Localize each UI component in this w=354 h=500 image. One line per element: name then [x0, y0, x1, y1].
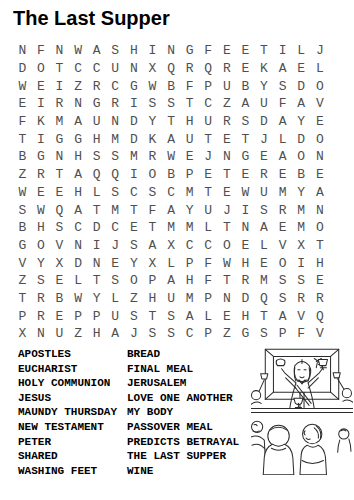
grid-cell[interactable]: S [273, 77, 292, 95]
grid-cell[interactable]: T [125, 201, 144, 219]
grid-cell[interactable]: U [87, 113, 106, 131]
grid-cell[interactable]: E [236, 166, 255, 184]
grid-cell[interactable]: P [180, 254, 199, 272]
grid-cell[interactable]: S [236, 113, 255, 131]
grid-cell[interactable]: T [311, 237, 330, 255]
grid-cell[interactable]: A [69, 201, 88, 219]
grid-cell[interactable]: R [218, 60, 237, 78]
grid-cell[interactable]: N [106, 113, 125, 131]
grid-cell[interactable]: I [236, 201, 255, 219]
grid-cell[interactable]: M [292, 201, 311, 219]
grid-cell[interactable]: E [13, 95, 32, 113]
grid-cell[interactable]: N [218, 148, 237, 166]
grid-cell[interactable]: C [199, 95, 218, 113]
grid-cell[interactable]: T [13, 130, 32, 148]
grid-cell[interactable]: R [273, 201, 292, 219]
grid-cell[interactable]: I [125, 166, 144, 184]
grid-cell[interactable]: M [180, 219, 199, 237]
word-list-item: FINAL MEAL [127, 362, 239, 377]
grid-cell[interactable]: Y [255, 77, 274, 95]
grid-cell[interactable]: L [311, 60, 330, 78]
grid-cell[interactable]: N [236, 219, 255, 237]
grid-cell[interactable]: V [273, 237, 292, 255]
grid-cell[interactable]: L [255, 237, 274, 255]
grid-cell[interactable]: R [311, 290, 330, 308]
grid-cell[interactable]: R [32, 166, 51, 184]
grid-cell[interactable]: C [106, 219, 125, 237]
grid-cell[interactable]: H [236, 254, 255, 272]
grid-cell[interactable]: A [69, 166, 88, 184]
grid-cell[interactable]: O [292, 148, 311, 166]
grid-cell[interactable]: Z [13, 166, 32, 184]
grid-cell[interactable]: D [255, 113, 274, 131]
grid-cell[interactable]: H [143, 290, 162, 308]
grid-cell[interactable]: X [143, 60, 162, 78]
grid-cell[interactable]: T [87, 272, 106, 290]
grid-cell[interactable]: E [32, 77, 51, 95]
word-list-item: BREAD [127, 347, 239, 362]
grid-cell[interactable]: N [50, 42, 69, 60]
grid-cell[interactable]: A [273, 307, 292, 325]
grid-cell[interactable]: K [143, 130, 162, 148]
grid-cell[interactable]: Z [218, 325, 237, 343]
grid-cell[interactable]: N [162, 42, 181, 60]
grid-cell[interactable]: G [236, 148, 255, 166]
grid-cell[interactable]: G [180, 42, 199, 60]
grid-cell[interactable]: U [50, 325, 69, 343]
grid-cell[interactable]: Q [199, 60, 218, 78]
grid-cell[interactable]: S [106, 42, 125, 60]
word-list-item: MY BODY [127, 405, 239, 420]
grid-cell[interactable]: A [292, 95, 311, 113]
grid-cell[interactable]: Y [180, 201, 199, 219]
grid-cell[interactable]: W [218, 254, 237, 272]
grid-cell[interactable]: A [236, 95, 255, 113]
grid-cell[interactable]: A [162, 272, 181, 290]
grid-cell[interactable]: D [125, 113, 144, 131]
grid-cell[interactable]: R [106, 95, 125, 113]
grid-cell[interactable]: A [273, 60, 292, 78]
grid-cell[interactable]: V [13, 254, 32, 272]
grid-cell[interactable]: E [255, 148, 274, 166]
grid-cell[interactable]: O [125, 272, 144, 290]
grid-cell[interactable]: O [32, 237, 51, 255]
grid-cell[interactable]: U [255, 184, 274, 202]
grid-cell[interactable]: S [273, 272, 292, 290]
grid-cell[interactable]: H [87, 325, 106, 343]
grid-cell[interactable]: X [50, 254, 69, 272]
table [251, 408, 353, 412]
grid-cell[interactable]: N [69, 237, 88, 255]
grid-cell[interactable]: E [218, 307, 237, 325]
grid-cell[interactable]: P [199, 325, 218, 343]
grid-cell[interactable]: E [32, 184, 51, 202]
grid-cell[interactable]: R [180, 60, 199, 78]
grid-cell[interactable]: Q [255, 290, 274, 308]
grid-cell[interactable]: N [32, 325, 51, 343]
grid-cell[interactable]: L [87, 184, 106, 202]
grid-cell[interactable]: J [125, 325, 144, 343]
letter-grid: NFNWASHINGFEETILJDOTCCUNXQRQREKAELWEIZRC… [13, 42, 329, 343]
grid-cell[interactable]: T [143, 219, 162, 237]
grid-cell[interactable]: S [255, 201, 274, 219]
grid-cell[interactable]: B [162, 166, 181, 184]
grid-cell[interactable]: C [162, 184, 181, 202]
grid-cell[interactable]: W [162, 148, 181, 166]
grid-cell[interactable]: A [162, 130, 181, 148]
grid-cell[interactable]: I [32, 95, 51, 113]
grid-cell[interactable]: N [311, 148, 330, 166]
grid-cell[interactable]: F [13, 113, 32, 131]
grid-cell[interactable]: W [69, 290, 88, 308]
grid-cell[interactable]: V [311, 325, 330, 343]
grid-cell[interactable]: D [87, 219, 106, 237]
grid-cell[interactable]: U [199, 113, 218, 131]
grid-cell[interactable]: Z [69, 325, 88, 343]
grid-cell[interactable]: J [311, 42, 330, 60]
grid-cell[interactable]: P [199, 77, 218, 95]
grid-cell[interactable]: M [106, 130, 125, 148]
grid-cell[interactable]: O [311, 130, 330, 148]
grid-cell[interactable]: P [199, 290, 218, 308]
grid-cell[interactable]: E [273, 166, 292, 184]
grid-cell[interactable]: H [311, 254, 330, 272]
grid-cell[interactable]: N [311, 201, 330, 219]
grid-cell[interactable]: E [50, 184, 69, 202]
grid-cell[interactable]: S [125, 307, 144, 325]
grid-cell[interactable]: A [106, 325, 125, 343]
grid-cell[interactable]: R [32, 307, 51, 325]
grid-cell[interactable]: E [236, 237, 255, 255]
grid-cell[interactable]: D [292, 130, 311, 148]
word-list-item: HOLY COMMUNION [18, 376, 117, 391]
grid-cell[interactable]: J [106, 237, 125, 255]
grid-cell[interactable]: C [69, 60, 88, 78]
grid-cell[interactable]: L [69, 272, 88, 290]
grid-cell[interactable]: Y [143, 113, 162, 131]
grid-cell[interactable]: E [50, 307, 69, 325]
grid-cell[interactable]: Y [292, 184, 311, 202]
grid-cell[interactable]: A [273, 113, 292, 131]
grid-cell[interactable]: C [199, 237, 218, 255]
grid-cell[interactable]: S [125, 237, 144, 255]
grid-cell[interactable]: W [143, 77, 162, 95]
grid-cell[interactable]: T [255, 42, 274, 60]
grid-cell[interactable]: T [218, 166, 237, 184]
grid-cell[interactable]: L [273, 130, 292, 148]
grid-cell[interactable]: M [273, 184, 292, 202]
grid-cell[interactable]: Y [292, 113, 311, 131]
grid-cell[interactable]: S [273, 290, 292, 308]
grid-cell[interactable]: M [106, 201, 125, 219]
grid-cell[interactable]: B [236, 77, 255, 95]
word-list-item: APOSTLES [18, 347, 117, 362]
grid-cell[interactable]: W [13, 77, 32, 95]
grid-cell[interactable]: B [162, 77, 181, 95]
grid-cell[interactable]: I [32, 130, 51, 148]
grid-cell[interactable]: H [69, 184, 88, 202]
grid-cell[interactable]: S [162, 95, 181, 113]
grid-cell[interactable]: S [106, 184, 125, 202]
grid-cell[interactable]: O [143, 166, 162, 184]
grid-cell[interactable]: F [292, 325, 311, 343]
grid-cell[interactable]: E [180, 148, 199, 166]
grid-cell[interactable]: R [236, 272, 255, 290]
grid-cell[interactable]: T [13, 290, 32, 308]
grid-cell[interactable]: P [180, 166, 199, 184]
grid-cell[interactable]: C [180, 325, 199, 343]
grid-cell[interactable]: O [32, 60, 51, 78]
grid-cell[interactable]: G [69, 130, 88, 148]
grid-cell[interactable]: M [180, 184, 199, 202]
grid-cell[interactable]: L [106, 290, 125, 308]
grid-cell[interactable]: M [125, 148, 144, 166]
grid-cell[interactable]: I [273, 42, 292, 60]
grid-cell[interactable]: P [69, 307, 88, 325]
grid-cell[interactable]: J [255, 130, 274, 148]
grid-cell[interactable]: E [218, 42, 237, 60]
grid-cell[interactable]: V [311, 95, 330, 113]
grid-cell[interactable]: F [273, 95, 292, 113]
grid-cell[interactable]: Z [218, 95, 237, 113]
grid-cell[interactable]: N [218, 290, 237, 308]
grid-cell[interactable]: O [273, 254, 292, 272]
grid-cell[interactable]: A [69, 113, 88, 131]
grid-cell[interactable]: N [125, 60, 144, 78]
grid-cell[interactable]: Z [13, 272, 32, 290]
grid-cell[interactable]: I [143, 42, 162, 60]
grid-cell[interactable]: X [162, 237, 181, 255]
grid-cell[interactable]: N [50, 148, 69, 166]
grid-cell[interactable]: L [199, 219, 218, 237]
grid-cell[interactable]: T [255, 307, 274, 325]
grid-cell[interactable]: U [106, 60, 125, 78]
grid-cell[interactable]: S [162, 325, 181, 343]
grid-cell[interactable]: B [13, 219, 32, 237]
grid-cell[interactable]: F [199, 272, 218, 290]
grid-cell[interactable]: I [125, 95, 144, 113]
grid-cell[interactable]: O [311, 219, 330, 237]
grid-cell[interactable]: N [69, 95, 88, 113]
grid-cell[interactable]: I [292, 254, 311, 272]
grid-cell[interactable]: E [273, 219, 292, 237]
grid-cell[interactable]: A [273, 148, 292, 166]
grid-cell[interactable]: F [199, 254, 218, 272]
grid-cell[interactable]: X [143, 254, 162, 272]
grid-cell[interactable]: U [106, 307, 125, 325]
grid-cell[interactable]: W [69, 42, 88, 60]
grid-cell[interactable]: V [292, 307, 311, 325]
grid-cell[interactable]: Q [162, 60, 181, 78]
grid-cell[interactable]: J [199, 148, 218, 166]
grid-cell[interactable]: Q [106, 166, 125, 184]
grid-cell[interactable]: I [87, 237, 106, 255]
grid-cell[interactable]: X [13, 325, 32, 343]
grid-cell[interactable]: D [13, 60, 32, 78]
grid-cell[interactable]: M [50, 113, 69, 131]
grid-cell[interactable]: M [292, 219, 311, 237]
grid-cell[interactable]: F [199, 42, 218, 60]
grid-cell[interactable]: R [292, 290, 311, 308]
grid-cell[interactable]: P [273, 325, 292, 343]
grid-cell[interactable]: E [292, 60, 311, 78]
grid-cell[interactable]: E [218, 130, 237, 148]
grid-cell[interactable]: K [32, 113, 51, 131]
grid-cell[interactable]: R [218, 113, 237, 131]
grid-cell[interactable]: S [292, 272, 311, 290]
grid-cell[interactable]: E [311, 113, 330, 131]
grid-cell[interactable]: R [50, 95, 69, 113]
grid-cell[interactable]: E [236, 42, 255, 60]
grid-cell[interactable]: A [87, 42, 106, 60]
grid-cell[interactable]: B [13, 148, 32, 166]
grid-cell[interactable]: F [32, 42, 51, 60]
word-list-item: SHARED [18, 449, 117, 464]
grid-cell[interactable]: G [32, 148, 51, 166]
grid-cell[interactable]: S [143, 184, 162, 202]
grid-cell[interactable]: O [311, 77, 330, 95]
grid-cell[interactable]: H [236, 307, 255, 325]
grid-cell[interactable]: Q [311, 307, 330, 325]
grid-cell[interactable]: S [106, 272, 125, 290]
grid-cell[interactable]: E [236, 60, 255, 78]
grid-cell[interactable]: T [218, 272, 237, 290]
grid-cell[interactable]: T [199, 130, 218, 148]
grid-cell[interactable]: C [87, 60, 106, 78]
grid-cell[interactable]: W [236, 184, 255, 202]
grid-cell[interactable]: N [13, 42, 32, 60]
grid-cell[interactable]: T [236, 130, 255, 148]
grid-cell[interactable]: E [199, 166, 218, 184]
word-list-item: THE LAST SUPPER [127, 449, 239, 464]
grid-cell[interactable]: Q [87, 166, 106, 184]
grid-cell[interactable]: E [106, 254, 125, 272]
grid-cell[interactable]: S [50, 219, 69, 237]
grid-cell[interactable]: S [143, 95, 162, 113]
grid-cell[interactable]: U [180, 130, 199, 148]
grid-cell[interactable]: T [199, 184, 218, 202]
grid-cell[interactable]: S [143, 325, 162, 343]
grid-cell[interactable]: B [292, 166, 311, 184]
grid-cell[interactable]: T [87, 201, 106, 219]
grid-cell[interactable]: T [180, 95, 199, 113]
grid-cell[interactable]: L [292, 42, 311, 60]
grid-cell[interactable]: G [50, 130, 69, 148]
grid-cell[interactable]: Y [87, 290, 106, 308]
grid-cell[interactable]: T [50, 166, 69, 184]
grid-cell[interactable]: S [13, 201, 32, 219]
grid-cell[interactable]: U [218, 77, 237, 95]
grid-cell[interactable]: H [87, 130, 106, 148]
grid-cell[interactable]: P [13, 307, 32, 325]
grid-cell[interactable]: G [236, 325, 255, 343]
grid-cell[interactable]: M [255, 272, 274, 290]
grid-cell[interactable]: W [32, 201, 51, 219]
grid-cell[interactable]: V [50, 237, 69, 255]
grid-cell[interactable]: X [292, 237, 311, 255]
grid-cell[interactable]: T [50, 60, 69, 78]
grid-cell[interactable]: Q [50, 201, 69, 219]
grid-cell[interactable]: A [180, 307, 199, 325]
grid-cell[interactable]: B [50, 290, 69, 308]
grid-cell[interactable]: P [143, 272, 162, 290]
grid-cell[interactable]: E [311, 166, 330, 184]
grid-cell[interactable]: C [125, 184, 144, 202]
grid-cell[interactable]: K [255, 60, 274, 78]
grid-cell[interactable]: A [143, 237, 162, 255]
grid-cell[interactable]: T [162, 113, 181, 131]
grid-cell[interactable]: M [180, 290, 199, 308]
grid-cell[interactable]: D [292, 77, 311, 95]
grid-cell[interactable]: U [162, 290, 181, 308]
grid-cell[interactable]: H [32, 219, 51, 237]
grid-cell[interactable]: S [255, 325, 274, 343]
grid-cell[interactable]: F [180, 77, 199, 95]
grid-cell[interactable]: S [32, 272, 51, 290]
chalice-icon [294, 398, 303, 407]
grid-cell[interactable]: J [218, 201, 237, 219]
grid-cell[interactable]: E [125, 219, 144, 237]
grid-cell[interactable]: E [218, 184, 237, 202]
grid-cell[interactable]: L [199, 307, 218, 325]
grid-cell[interactable]: H [180, 113, 199, 131]
apostle-foreground-figures [251, 421, 351, 475]
grid-cell[interactable]: O [218, 237, 237, 255]
grid-cell[interactable]: T [143, 307, 162, 325]
grid-cell[interactable]: S [106, 148, 125, 166]
grid-cell[interactable]: F [143, 201, 162, 219]
grid-cell[interactable]: D [125, 130, 144, 148]
grid-cell[interactable]: I [50, 77, 69, 95]
grid-cell[interactable]: T [218, 219, 237, 237]
grid-cell[interactable]: S [162, 307, 181, 325]
grid-cell[interactable]: C [69, 219, 88, 237]
grid-cell[interactable]: D [69, 254, 88, 272]
grid-cell[interactable]: C [106, 77, 125, 95]
grid-cell[interactable]: A [311, 184, 330, 202]
grid-cell[interactable]: E [311, 272, 330, 290]
grid-cell[interactable]: H [125, 42, 144, 60]
grid-cell[interactable]: U [199, 201, 218, 219]
grid-cell[interactable]: A [162, 201, 181, 219]
grid-cell[interactable]: Z [125, 290, 144, 308]
grid-cell[interactable]: D [236, 290, 255, 308]
grid-cell[interactable]: G [87, 95, 106, 113]
grid-cell[interactable]: H [69, 148, 88, 166]
grid-cell[interactable]: H [180, 272, 199, 290]
grid-cell[interactable]: R [87, 77, 106, 95]
grid-cell[interactable]: Z [69, 77, 88, 95]
grid-cell[interactable]: P [87, 307, 106, 325]
grid-cell[interactable]: C [180, 237, 199, 255]
grid-cell[interactable]: E [50, 272, 69, 290]
grid-cell[interactable]: L [162, 254, 181, 272]
grid-cell[interactable]: M [162, 219, 181, 237]
grid-cell[interactable]: U [255, 95, 274, 113]
grid-cell[interactable]: S [87, 148, 106, 166]
grid-cell[interactable]: R [143, 148, 162, 166]
grid-cell[interactable]: W [13, 184, 32, 202]
grid-cell[interactable]: N [87, 254, 106, 272]
grid-cell[interactable]: R [32, 290, 51, 308]
grid-cell[interactable]: E [255, 254, 274, 272]
grid-cell[interactable]: R [255, 166, 274, 184]
grid-cell[interactable]: Y [125, 254, 144, 272]
grid-cell[interactable]: A [255, 219, 274, 237]
grid-cell[interactable]: G [125, 77, 144, 95]
grid-cell[interactable]: Y [32, 254, 51, 272]
grid-cell[interactable]: G [13, 237, 32, 255]
